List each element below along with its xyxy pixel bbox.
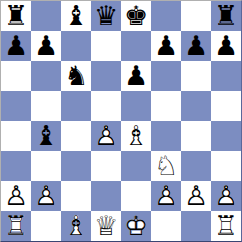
square-h2[interactable]: ♟♙ <box>211 181 241 211</box>
square-a8[interactable]: ♜ <box>1 1 31 31</box>
piece-black-pawn: ♟ <box>121 61 151 91</box>
square-f3[interactable]: ♞♘ <box>151 151 181 181</box>
square-b7[interactable]: ♟ <box>31 31 61 61</box>
square-c3[interactable] <box>61 151 91 181</box>
square-b6[interactable] <box>31 61 61 91</box>
piece-white-rook: ♜♖ <box>211 211 241 241</box>
white-bishop-icon: ♗ <box>121 121 151 151</box>
square-a3[interactable] <box>1 151 31 181</box>
square-a4[interactable] <box>1 121 31 151</box>
piece-black-rook: ♜ <box>211 1 241 31</box>
white-pawn-icon: ♙ <box>91 121 121 151</box>
square-h5[interactable] <box>211 91 241 121</box>
square-h1[interactable]: ♜♖ <box>211 211 241 241</box>
piece-black-king: ♚ <box>121 1 151 31</box>
square-c4[interactable] <box>61 121 91 151</box>
piece-white-pawn: ♟♙ <box>211 181 241 211</box>
white-rook-icon: ♖ <box>1 211 31 241</box>
square-e5[interactable] <box>121 91 151 121</box>
square-d1[interactable]: ♛♕ <box>91 211 121 241</box>
piece-black-pawn: ♟ <box>31 31 61 61</box>
square-g2[interactable]: ♟♙ <box>181 181 211 211</box>
piece-black-knight: ♞ <box>61 61 91 91</box>
square-a1[interactable]: ♜♖ <box>1 211 31 241</box>
piece-white-knight: ♞♘ <box>151 151 181 181</box>
square-c7[interactable] <box>61 31 91 61</box>
square-e3[interactable] <box>121 151 151 181</box>
piece-white-pawn: ♟♙ <box>1 181 31 211</box>
square-d8[interactable]: ♛ <box>91 1 121 31</box>
square-d4[interactable]: ♟♙ <box>91 121 121 151</box>
square-f7[interactable]: ♟ <box>151 31 181 61</box>
square-f8[interactable] <box>151 1 181 31</box>
square-e2[interactable] <box>121 181 151 211</box>
square-e4[interactable]: ♝♗ <box>121 121 151 151</box>
square-h3[interactable] <box>211 151 241 181</box>
piece-white-bishop: ♝♗ <box>61 211 91 241</box>
square-g5[interactable] <box>181 91 211 121</box>
square-h8[interactable]: ♜ <box>211 1 241 31</box>
piece-black-pawn: ♟ <box>1 31 31 61</box>
white-knight-icon: ♘ <box>151 151 181 181</box>
square-b8[interactable] <box>31 1 61 31</box>
square-g4[interactable] <box>181 121 211 151</box>
piece-black-queen: ♛ <box>91 1 121 31</box>
square-c2[interactable] <box>61 181 91 211</box>
square-e1[interactable]: ♚♔ <box>121 211 151 241</box>
piece-white-rook: ♜♖ <box>1 211 31 241</box>
piece-white-king: ♚♔ <box>121 211 151 241</box>
square-f4[interactable] <box>151 121 181 151</box>
square-g1[interactable] <box>181 211 211 241</box>
square-b3[interactable] <box>31 151 61 181</box>
square-a5[interactable] <box>1 91 31 121</box>
square-f1[interactable] <box>151 211 181 241</box>
white-pawn-icon: ♙ <box>211 181 241 211</box>
square-c8[interactable]: ♝ <box>61 1 91 31</box>
square-a6[interactable] <box>1 61 31 91</box>
square-e6[interactable]: ♟ <box>121 61 151 91</box>
square-g8[interactable] <box>181 1 211 31</box>
piece-black-pawn: ♟ <box>151 31 181 61</box>
square-g3[interactable] <box>181 151 211 181</box>
piece-black-rook: ♜ <box>1 1 31 31</box>
piece-white-queen: ♛♕ <box>91 211 121 241</box>
square-c1[interactable]: ♝♗ <box>61 211 91 241</box>
square-d2[interactable] <box>91 181 121 211</box>
piece-white-pawn: ♟♙ <box>91 121 121 151</box>
white-pawn-icon: ♙ <box>1 181 31 211</box>
square-b1[interactable] <box>31 211 61 241</box>
square-g6[interactable] <box>181 61 211 91</box>
white-rook-icon: ♖ <box>211 211 241 241</box>
square-d6[interactable] <box>91 61 121 91</box>
piece-white-pawn: ♟♙ <box>151 181 181 211</box>
chess-board: ♜♝♛♚♜♟♟♟♟♟♞♟♝♟♙♝♗♞♘♟♙♟♙♟♙♟♙♟♙♜♖♝♗♛♕♚♔♜♖ <box>0 0 242 242</box>
piece-black-bishop: ♝ <box>31 121 61 151</box>
white-queen-icon: ♕ <box>91 211 121 241</box>
square-d7[interactable] <box>91 31 121 61</box>
white-pawn-icon: ♙ <box>151 181 181 211</box>
square-d5[interactable] <box>91 91 121 121</box>
square-f6[interactable] <box>151 61 181 91</box>
square-c6[interactable]: ♞ <box>61 61 91 91</box>
square-a7[interactable]: ♟ <box>1 31 31 61</box>
square-c5[interactable] <box>61 91 91 121</box>
square-b2[interactable]: ♟♙ <box>31 181 61 211</box>
white-pawn-icon: ♙ <box>181 181 211 211</box>
square-d3[interactable] <box>91 151 121 181</box>
piece-black-bishop: ♝ <box>61 1 91 31</box>
white-pawn-icon: ♙ <box>31 181 61 211</box>
piece-black-pawn: ♟ <box>181 31 211 61</box>
square-b4[interactable]: ♝ <box>31 121 61 151</box>
white-bishop-icon: ♗ <box>61 211 91 241</box>
square-a2[interactable]: ♟♙ <box>1 181 31 211</box>
piece-white-pawn: ♟♙ <box>181 181 211 211</box>
square-e7[interactable] <box>121 31 151 61</box>
piece-white-bishop: ♝♗ <box>121 121 151 151</box>
piece-black-pawn: ♟ <box>211 31 241 61</box>
piece-white-pawn: ♟♙ <box>31 181 61 211</box>
square-g7[interactable]: ♟ <box>181 31 211 61</box>
square-h7[interactable]: ♟ <box>211 31 241 61</box>
square-f2[interactable]: ♟♙ <box>151 181 181 211</box>
square-f5[interactable] <box>151 91 181 121</box>
square-e8[interactable]: ♚ <box>121 1 151 31</box>
square-h6[interactable] <box>211 61 241 91</box>
square-b5[interactable] <box>31 91 61 121</box>
square-h4[interactable] <box>211 121 241 151</box>
white-king-icon: ♔ <box>121 211 151 241</box>
